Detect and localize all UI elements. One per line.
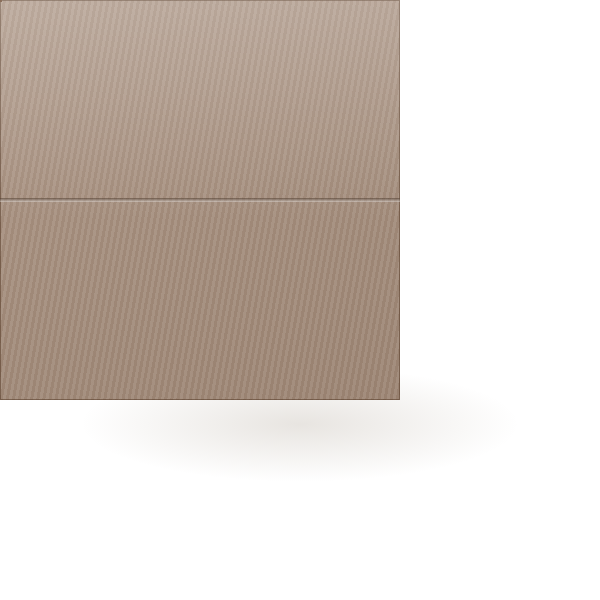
product-photo-scene: [0, 0, 600, 600]
chess-board: [0, 0, 400, 400]
fold-seam: [0, 198, 400, 202]
inlay-border-right: [0, 0, 2, 2]
